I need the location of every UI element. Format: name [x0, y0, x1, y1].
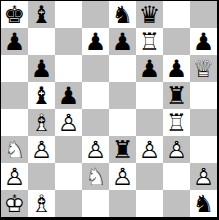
- square-h1[interactable]: ♞: [190, 190, 217, 217]
- square-h8[interactable]: [190, 1, 217, 28]
- piece-black-pawn: ♟: [55, 82, 82, 109]
- piece-black-king: ♚: [1, 1, 28, 28]
- piece-black-bishop: ♝: [28, 82, 55, 109]
- piece-white-bishop: ♝♗: [28, 109, 55, 136]
- piece-outline-layer: ♙: [190, 163, 217, 190]
- piece-outline-layer: ♙: [82, 136, 109, 163]
- square-e7[interactable]: ♟: [109, 28, 136, 55]
- square-d1[interactable]: [82, 190, 109, 217]
- square-f5[interactable]: [136, 82, 163, 109]
- square-g1[interactable]: [163, 190, 190, 217]
- piece-solid-layer: ♟: [190, 28, 217, 55]
- square-d2[interactable]: ♞♘: [82, 163, 109, 190]
- piece-outline-layer: ♖: [136, 28, 163, 55]
- square-a8[interactable]: ♚: [1, 1, 28, 28]
- piece-black-bishop: ♝: [28, 1, 55, 28]
- square-c5[interactable]: ♟: [55, 82, 82, 109]
- piece-white-pawn: ♟♙: [82, 136, 109, 163]
- square-b8[interactable]: ♝: [28, 1, 55, 28]
- piece-white-pawn: ♟♙: [136, 136, 163, 163]
- piece-outline-layer: ♘: [1, 136, 28, 163]
- square-c6[interactable]: [55, 55, 82, 82]
- square-b6[interactable]: ♟: [28, 55, 55, 82]
- square-a2[interactable]: ♟♙: [1, 163, 28, 190]
- square-b2[interactable]: [28, 163, 55, 190]
- piece-white-knight: ♞♘: [1, 136, 28, 163]
- piece-solid-layer: ♟: [1, 28, 28, 55]
- piece-white-rook: ♜♖: [136, 28, 163, 55]
- piece-solid-layer: ♝: [28, 1, 55, 28]
- square-c1[interactable]: [55, 190, 82, 217]
- square-h4[interactable]: [190, 109, 217, 136]
- piece-outline-layer: ♙: [136, 136, 163, 163]
- square-e1[interactable]: [109, 190, 136, 217]
- piece-solid-layer: ♟: [163, 55, 190, 82]
- square-a4[interactable]: [1, 109, 28, 136]
- piece-white-queen: ♛♕: [190, 55, 217, 82]
- piece-white-pawn: ♟♙: [190, 163, 217, 190]
- piece-solid-layer: ♜: [109, 136, 136, 163]
- square-d4[interactable]: [82, 109, 109, 136]
- square-b3[interactable]: ♟♙: [28, 136, 55, 163]
- square-d3[interactable]: ♟♙: [82, 136, 109, 163]
- piece-black-pawn: ♟: [109, 28, 136, 55]
- square-c3[interactable]: [55, 136, 82, 163]
- piece-outline-layer: ♙: [55, 109, 82, 136]
- square-e3[interactable]: ♜: [109, 136, 136, 163]
- square-f4[interactable]: [136, 109, 163, 136]
- piece-outline-layer: ♗: [28, 190, 55, 217]
- square-a1[interactable]: ♚♔: [1, 190, 28, 217]
- piece-black-pawn: ♟: [28, 55, 55, 82]
- square-e5[interactable]: [109, 82, 136, 109]
- square-c2[interactable]: [55, 163, 82, 190]
- piece-solid-layer: ♞: [190, 190, 217, 217]
- square-c7[interactable]: [55, 28, 82, 55]
- piece-solid-layer: ♚: [1, 1, 28, 28]
- square-g5[interactable]: ♜: [163, 82, 190, 109]
- piece-outline-layer: ♙: [28, 136, 55, 163]
- piece-white-pawn: ♟♙: [163, 136, 190, 163]
- square-f8[interactable]: ♛: [136, 1, 163, 28]
- piece-solid-layer: ♞: [109, 1, 136, 28]
- piece-outline-layer: ♙: [1, 163, 28, 190]
- piece-solid-layer: ♟: [82, 28, 109, 55]
- piece-solid-layer: ♜: [163, 82, 190, 109]
- square-h5[interactable]: [190, 82, 217, 109]
- piece-white-pawn: ♟♙: [55, 109, 82, 136]
- square-h6[interactable]: ♛♕: [190, 55, 217, 82]
- piece-black-knight: ♞: [190, 190, 217, 217]
- piece-solid-layer: ♛: [136, 1, 163, 28]
- piece-outline-layer: ♖: [163, 109, 190, 136]
- piece-black-pawn: ♟: [136, 55, 163, 82]
- piece-outline-layer: ♘: [82, 163, 109, 190]
- square-g6[interactable]: ♟: [163, 55, 190, 82]
- square-c8[interactable]: [55, 1, 82, 28]
- square-a5[interactable]: [1, 82, 28, 109]
- square-g2[interactable]: [163, 163, 190, 190]
- square-f2[interactable]: [136, 163, 163, 190]
- square-e8[interactable]: ♞: [109, 1, 136, 28]
- square-d7[interactable]: ♟: [82, 28, 109, 55]
- chess-board-frame: ♚♝♞♛♟♟♟♜♖♟♟♟♟♛♕♝♟♜♝♗♟♙♜♖♞♘♟♙♟♙♜♟♙♟♙♟♙♞♘♟…: [0, 0, 219, 220]
- square-f7[interactable]: ♜♖: [136, 28, 163, 55]
- piece-black-rook: ♜: [163, 82, 190, 109]
- square-a7[interactable]: ♟: [1, 28, 28, 55]
- square-e4[interactable]: [109, 109, 136, 136]
- piece-white-bishop: ♝♗: [28, 190, 55, 217]
- piece-black-pawn: ♟: [163, 55, 190, 82]
- piece-white-pawn: ♟♙: [28, 136, 55, 163]
- piece-white-pawn: ♟♙: [109, 163, 136, 190]
- square-a3[interactable]: ♞♘: [1, 136, 28, 163]
- piece-black-knight: ♞: [109, 1, 136, 28]
- piece-outline-layer: ♕: [190, 55, 217, 82]
- piece-solid-layer: ♟: [109, 28, 136, 55]
- square-g8[interactable]: [163, 1, 190, 28]
- piece-solid-layer: ♟: [136, 55, 163, 82]
- square-g3[interactable]: ♟♙: [163, 136, 190, 163]
- piece-black-pawn: ♟: [1, 28, 28, 55]
- piece-black-pawn: ♟: [190, 28, 217, 55]
- piece-outline-layer: ♗: [28, 109, 55, 136]
- square-g7[interactable]: [163, 28, 190, 55]
- square-h7[interactable]: ♟: [190, 28, 217, 55]
- square-b4[interactable]: ♝♗: [28, 109, 55, 136]
- piece-white-knight: ♞♘: [82, 163, 109, 190]
- piece-solid-layer: ♟: [28, 55, 55, 82]
- square-d5[interactable]: [82, 82, 109, 109]
- square-b5[interactable]: ♝: [28, 82, 55, 109]
- piece-white-rook: ♜♖: [163, 109, 190, 136]
- piece-black-queen: ♛: [136, 1, 163, 28]
- square-d8[interactable]: [82, 1, 109, 28]
- square-h2[interactable]: ♟♙: [190, 163, 217, 190]
- square-a6[interactable]: [1, 55, 28, 82]
- square-f6[interactable]: ♟: [136, 55, 163, 82]
- piece-solid-layer: ♟: [55, 82, 82, 109]
- square-d6[interactable]: [82, 55, 109, 82]
- piece-black-pawn: ♟: [82, 28, 109, 55]
- piece-solid-layer: ♝: [28, 82, 55, 109]
- square-h3[interactable]: [190, 136, 217, 163]
- square-f1[interactable]: [136, 190, 163, 217]
- square-c4[interactable]: ♟♙: [55, 109, 82, 136]
- square-e2[interactable]: ♟♙: [109, 163, 136, 190]
- chess-board: ♚♝♞♛♟♟♟♜♖♟♟♟♟♛♕♝♟♜♝♗♟♙♜♖♞♘♟♙♟♙♜♟♙♟♙♟♙♞♘♟…: [1, 1, 217, 217]
- piece-outline-layer: ♙: [109, 163, 136, 190]
- square-b7[interactable]: [28, 28, 55, 55]
- piece-black-rook: ♜: [109, 136, 136, 163]
- piece-outline-layer: ♔: [1, 190, 28, 217]
- square-f3[interactable]: ♟♙: [136, 136, 163, 163]
- piece-white-pawn: ♟♙: [1, 163, 28, 190]
- piece-white-king: ♚♔: [1, 190, 28, 217]
- square-g4[interactable]: ♜♖: [163, 109, 190, 136]
- square-b1[interactable]: ♝♗: [28, 190, 55, 217]
- square-e6[interactable]: [109, 55, 136, 82]
- piece-outline-layer: ♙: [163, 136, 190, 163]
